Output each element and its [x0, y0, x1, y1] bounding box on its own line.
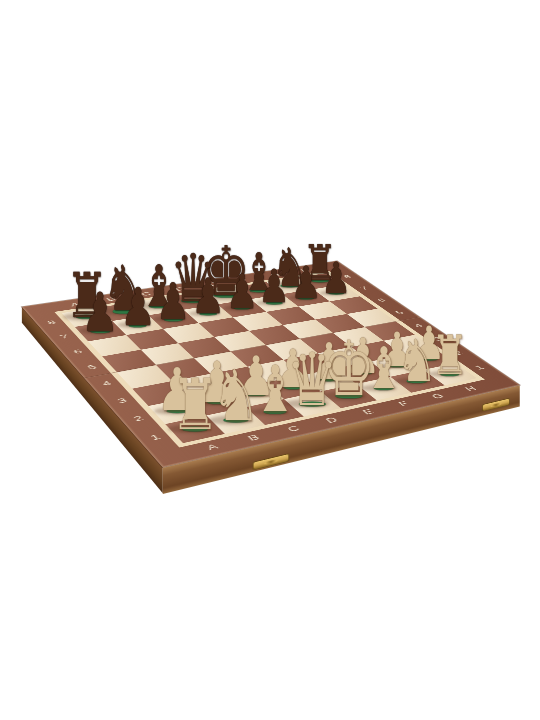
- brass-clasp-icon: [253, 453, 290, 470]
- rank-label-right-5: 5: [394, 310, 406, 315]
- rank-label-left-6: 6: [72, 349, 84, 355]
- file-label-near-c: C: [285, 425, 301, 433]
- rank-label-left-7: 7: [59, 334, 71, 340]
- rank-label-right-7: 7: [359, 286, 370, 291]
- file-label-far-f: F: [239, 277, 250, 282]
- rank-label-left-4: 4: [100, 380, 113, 387]
- rank-label-right-3: 3: [432, 336, 444, 342]
- file-label-far-d: D: [173, 286, 186, 291]
- rank-label-left-3: 3: [116, 397, 129, 404]
- file-label-near-a: A: [204, 443, 220, 452]
- product-photo-stage: 11AA22BB33CC44DD55EE66FF77GG88HH ♜♞♝♟♚♟♛…: [0, 0, 540, 720]
- rank-label-right-1: 1: [473, 365, 486, 371]
- rank-label-left-1: 1: [148, 433, 162, 441]
- file-label-near-b: B: [246, 433, 262, 441]
- rank-label-right-2: 2: [452, 350, 465, 356]
- rank-label-right-4: 4: [412, 323, 424, 329]
- file-label-near-h: H: [463, 385, 478, 392]
- rank-label-right-6: 6: [376, 298, 388, 303]
- file-label-near-d: D: [323, 416, 339, 424]
- file-label-far-h: H: [299, 268, 311, 273]
- rank-label-left-2: 2: [132, 415, 146, 423]
- rank-label-left-8: 8: [46, 320, 57, 326]
- file-label-near-f: F: [396, 400, 410, 407]
- file-label-far-b: B: [105, 296, 117, 302]
- brass-clasp-icon: [482, 398, 510, 412]
- file-label-near-e: E: [360, 408, 375, 416]
- file-label-far-c: C: [139, 291, 152, 296]
- file-label-near-g: G: [429, 392, 445, 400]
- rank-label-right-8: 8: [342, 274, 353, 279]
- file-label-far-a: A: [69, 302, 82, 308]
- chess-board: 11AA22BB33CC44DD55EE66FF77GG88HH: [22, 261, 520, 467]
- file-label-far-g: G: [269, 272, 282, 277]
- rank-label-left-5: 5: [86, 364, 98, 371]
- file-label-far-e: E: [206, 282, 218, 287]
